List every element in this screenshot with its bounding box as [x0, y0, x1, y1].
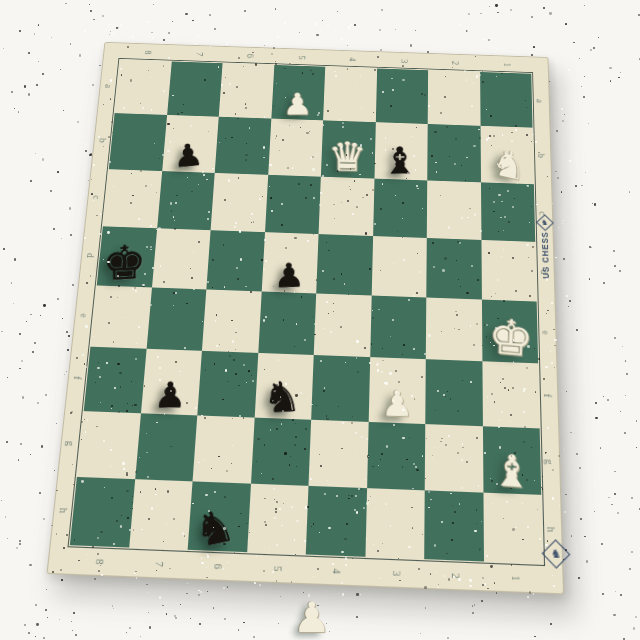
piece-black-king-d8: ♚ — [97, 226, 157, 287]
square-a4 — [323, 67, 377, 123]
square-g8 — [77, 411, 141, 479]
square-a5: ♟ — [271, 65, 325, 121]
square-c6 — [211, 172, 268, 231]
brand-text: US CHESS — [540, 231, 551, 279]
square-b5 — [268, 119, 323, 176]
piece-black-pawn-d5: ♟ — [261, 232, 318, 294]
square-g2 — [425, 424, 483, 493]
square-b2 — [427, 124, 480, 182]
piece-black-bishop-b3: ♝ — [374, 122, 428, 180]
square-c3 — [373, 178, 428, 238]
square-a7 — [167, 61, 223, 116]
square-e2 — [426, 298, 482, 362]
piece-black-knight-f5: ♞ — [254, 353, 314, 419]
square-e4 — [314, 293, 371, 357]
square-a6 — [219, 63, 274, 119]
chess-board: 87654321 87654321 abcdefgh abcdefgh ♟♟♛♝… — [46, 42, 564, 595]
square-f8 — [84, 347, 146, 413]
square-e7 — [146, 287, 206, 351]
square-g1: ♝ — [482, 426, 541, 495]
square-c2 — [427, 180, 481, 240]
square-a3 — [375, 68, 428, 124]
square-b3: ♝ — [374, 122, 428, 180]
knight-diamond-logo-icon: ♞ — [536, 214, 554, 231]
square-e6 — [202, 289, 261, 353]
square-f2 — [425, 359, 482, 425]
piece-white-knight-b1: ♞ — [480, 126, 534, 184]
offboard-captured-white-pawn: ♟ — [293, 597, 331, 639]
square-f1 — [482, 362, 540, 428]
square-d1 — [481, 240, 537, 302]
piece-black-knight-h6: ♞ — [188, 481, 251, 552]
square-e1: ♚ — [481, 300, 538, 364]
knight-diamond-corner-logo-icon: ♞ — [542, 539, 571, 568]
us-chess-branding: ♞ US CHESS — [535, 216, 556, 279]
square-d5: ♟ — [261, 232, 318, 294]
square-e5 — [258, 291, 316, 355]
piece-white-bishop-g1: ♝ — [482, 426, 541, 495]
square-a1 — [480, 72, 533, 128]
piece-black-pawn-f7: ♟ — [141, 349, 202, 415]
square-h3 — [365, 488, 425, 559]
square-a8 — [115, 60, 172, 115]
square-h2 — [424, 490, 483, 561]
square-f4 — [311, 355, 370, 421]
square-b7: ♟ — [162, 115, 219, 172]
square-c1 — [481, 182, 536, 242]
square-c4 — [319, 176, 374, 236]
board-grid: ♟♟♛♝♞♚♟♚♟♞♟♝♞ — [70, 60, 543, 564]
square-b1: ♞ — [480, 126, 534, 184]
square-e3 — [370, 295, 427, 359]
square-g4 — [309, 419, 369, 488]
square-d7 — [152, 228, 211, 289]
piece-white-queen-b4: ♛ — [321, 121, 375, 179]
square-g5 — [251, 417, 312, 486]
square-h7 — [129, 479, 193, 550]
square-d6 — [206, 230, 264, 291]
square-f7: ♟ — [141, 349, 202, 415]
square-g6 — [193, 415, 255, 483]
piece-white-pawn-f3: ♟ — [368, 357, 426, 423]
square-c8 — [103, 169, 162, 228]
square-c7 — [157, 171, 215, 230]
square-h4 — [306, 486, 367, 557]
square-h8 — [70, 477, 135, 548]
square-d4 — [316, 234, 372, 296]
square-f5: ♞ — [254, 353, 314, 419]
piece-white-king-e1: ♚ — [481, 300, 538, 364]
square-h5 — [247, 483, 309, 554]
square-f3: ♟ — [368, 357, 426, 423]
square-a2 — [428, 70, 480, 126]
square-b8 — [109, 113, 167, 170]
square-d2 — [426, 238, 481, 300]
square-b4: ♛ — [321, 121, 375, 179]
piece-white-pawn-a5: ♟ — [271, 65, 325, 121]
square-f6 — [197, 351, 257, 417]
square-h1 — [483, 492, 543, 563]
square-h6: ♞ — [188, 481, 251, 552]
square-g3 — [367, 421, 426, 490]
square-b6 — [215, 117, 271, 174]
square-e8 — [90, 285, 151, 349]
piece-black-pawn-b7: ♟ — [162, 115, 219, 172]
square-d8: ♚ — [97, 226, 157, 287]
square-c5 — [265, 174, 321, 233]
square-d3 — [371, 236, 427, 298]
square-g7 — [135, 413, 198, 481]
